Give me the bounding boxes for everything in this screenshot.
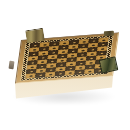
square-dot	[72, 46, 75, 48]
square-dot	[29, 75, 32, 77]
square-dot	[30, 66, 33, 68]
chess-box-photo	[0, 0, 130, 130]
square-dot	[78, 71, 81, 73]
square-dot	[52, 52, 55, 54]
square-dot	[68, 72, 71, 74]
square-dot	[90, 53, 93, 55]
hinge-knuckle-left	[9, 61, 15, 70]
square-dot	[79, 63, 82, 65]
square-dot	[72, 42, 75, 44]
square-dot	[88, 71, 91, 73]
square-dot	[82, 45, 85, 47]
square-dot	[102, 39, 105, 41]
square-dot	[58, 73, 61, 75]
square-dot	[82, 41, 85, 43]
square-dot	[39, 70, 42, 72]
square-dot	[52, 47, 55, 49]
brass-hinge-top-left	[25, 28, 45, 44]
square-dot	[33, 45, 36, 47]
square-dot	[91, 49, 94, 51]
square-dot	[91, 44, 94, 46]
square-dot	[61, 55, 64, 57]
square-dot	[31, 62, 34, 64]
square-dot	[53, 43, 56, 45]
square-dot	[49, 69, 52, 71]
square-dot	[61, 51, 64, 53]
square-dot	[50, 65, 53, 67]
brass-hinge-top-right	[104, 31, 114, 37]
square-dot	[80, 58, 83, 60]
square-dot	[71, 55, 74, 57]
square-dot	[60, 64, 63, 66]
square-dot	[43, 44, 46, 46]
square-dot	[101, 48, 104, 50]
square-dot	[92, 40, 95, 42]
square-dot	[100, 52, 103, 54]
square-dot	[30, 71, 33, 73]
square-dot	[42, 48, 45, 50]
square-dot	[81, 50, 84, 52]
square-dot	[41, 61, 44, 63]
square-dot	[88, 66, 91, 68]
square-dot	[31, 58, 34, 60]
square-dot	[69, 63, 72, 65]
square-dot	[39, 74, 42, 76]
square-dot	[59, 68, 62, 70]
brass-latch-right	[99, 56, 119, 73]
square-dot	[70, 59, 73, 61]
square-dot	[79, 67, 82, 69]
square-dot	[41, 57, 44, 59]
square-dot	[33, 49, 36, 51]
square-dot	[42, 53, 45, 55]
square-dot	[69, 68, 72, 70]
square-dot	[62, 47, 65, 49]
square-dot	[50, 61, 53, 63]
square-dot	[71, 50, 74, 52]
square-dot	[40, 66, 43, 68]
square-dot	[49, 74, 52, 76]
square-dot	[90, 58, 93, 60]
square-dot	[89, 62, 92, 64]
square-dot	[80, 54, 83, 56]
square-dot	[101, 44, 104, 46]
playing-area	[24, 37, 109, 79]
square-dot	[51, 56, 54, 58]
square-dot	[60, 60, 63, 62]
square-dot	[63, 42, 66, 44]
square-dot	[32, 53, 35, 55]
